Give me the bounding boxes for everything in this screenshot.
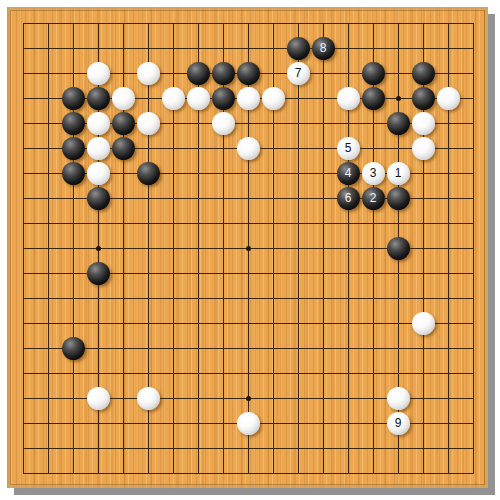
intersection-Q4[interactable] — [386, 386, 411, 411]
intersection-G13[interactable] — [161, 161, 186, 186]
intersection-A13[interactable] — [11, 161, 36, 186]
intersection-B17[interactable] — [36, 61, 61, 86]
intersection-D18[interactable] — [86, 36, 111, 61]
intersection-E8[interactable] — [111, 286, 136, 311]
intersection-E17[interactable] — [111, 61, 136, 86]
intersection-S13[interactable] — [436, 161, 461, 186]
intersection-P18[interactable] — [361, 36, 386, 61]
intersection-R17[interactable] — [411, 61, 436, 86]
intersection-K5[interactable] — [236, 361, 261, 386]
intersection-R15[interactable] — [411, 111, 436, 136]
intersection-N4[interactable] — [311, 386, 336, 411]
intersection-O15[interactable] — [336, 111, 361, 136]
intersection-J3[interactable] — [211, 411, 236, 436]
intersection-T18[interactable] — [461, 36, 486, 61]
intersection-N10[interactable] — [311, 236, 336, 261]
intersection-B19[interactable] — [36, 11, 61, 36]
intersection-M3[interactable] — [286, 411, 311, 436]
intersection-A16[interactable] — [11, 86, 36, 111]
intersection-K13[interactable] — [236, 161, 261, 186]
intersection-K19[interactable] — [236, 11, 261, 36]
intersection-Q13[interactable]: 1 — [386, 161, 411, 186]
intersection-O18[interactable] — [336, 36, 361, 61]
intersection-C16[interactable] — [61, 86, 86, 111]
intersection-S9[interactable] — [436, 261, 461, 286]
intersection-T13[interactable] — [461, 161, 486, 186]
intersection-B10[interactable] — [36, 236, 61, 261]
intersection-L7[interactable] — [261, 311, 286, 336]
intersection-S10[interactable] — [436, 236, 461, 261]
intersection-S4[interactable] — [436, 386, 461, 411]
intersection-D10[interactable] — [86, 236, 111, 261]
intersection-P11[interactable] — [361, 211, 386, 236]
intersection-A14[interactable] — [11, 136, 36, 161]
intersection-O12[interactable]: 6 — [336, 186, 361, 211]
intersection-Q5[interactable] — [386, 361, 411, 386]
intersection-P2[interactable] — [361, 436, 386, 461]
intersection-D8[interactable] — [86, 286, 111, 311]
intersection-G6[interactable] — [161, 336, 186, 361]
intersection-M1[interactable] — [286, 461, 311, 486]
intersection-R5[interactable] — [411, 361, 436, 386]
intersection-D15[interactable] — [86, 111, 111, 136]
intersection-O3[interactable] — [336, 411, 361, 436]
intersection-C10[interactable] — [61, 236, 86, 261]
intersection-K14[interactable] — [236, 136, 261, 161]
intersection-J14[interactable] — [211, 136, 236, 161]
intersection-H5[interactable] — [186, 361, 211, 386]
intersection-A11[interactable] — [11, 211, 36, 236]
intersection-G3[interactable] — [161, 411, 186, 436]
intersection-M9[interactable] — [286, 261, 311, 286]
intersection-S8[interactable] — [436, 286, 461, 311]
intersection-E6[interactable] — [111, 336, 136, 361]
intersection-N14[interactable] — [311, 136, 336, 161]
intersection-R10[interactable] — [411, 236, 436, 261]
intersection-E9[interactable] — [111, 261, 136, 286]
intersection-R12[interactable] — [411, 186, 436, 211]
intersection-M19[interactable] — [286, 11, 311, 36]
intersection-L14[interactable] — [261, 136, 286, 161]
intersection-R4[interactable] — [411, 386, 436, 411]
intersection-J15[interactable] — [211, 111, 236, 136]
intersection-M18[interactable] — [286, 36, 311, 61]
intersection-A7[interactable] — [11, 311, 36, 336]
intersection-S12[interactable] — [436, 186, 461, 211]
intersection-C12[interactable] — [61, 186, 86, 211]
intersection-H6[interactable] — [186, 336, 211, 361]
intersection-J18[interactable] — [211, 36, 236, 61]
intersection-D9[interactable] — [86, 261, 111, 286]
intersection-T10[interactable] — [461, 236, 486, 261]
intersection-K16[interactable] — [236, 86, 261, 111]
intersection-C6[interactable] — [61, 336, 86, 361]
intersection-C11[interactable] — [61, 211, 86, 236]
intersection-P12[interactable]: 2 — [361, 186, 386, 211]
intersection-K12[interactable] — [236, 186, 261, 211]
intersection-T15[interactable] — [461, 111, 486, 136]
intersection-G1[interactable] — [161, 461, 186, 486]
intersection-F5[interactable] — [136, 361, 161, 386]
intersection-K1[interactable] — [236, 461, 261, 486]
intersection-G15[interactable] — [161, 111, 186, 136]
intersection-F7[interactable] — [136, 311, 161, 336]
intersection-Q1[interactable] — [386, 461, 411, 486]
intersection-L4[interactable] — [261, 386, 286, 411]
intersection-L11[interactable] — [261, 211, 286, 236]
intersection-E10[interactable] — [111, 236, 136, 261]
intersection-R2[interactable] — [411, 436, 436, 461]
intersection-F10[interactable] — [136, 236, 161, 261]
intersection-R7[interactable] — [411, 311, 436, 336]
intersection-F12[interactable] — [136, 186, 161, 211]
intersection-P15[interactable] — [361, 111, 386, 136]
intersection-O4[interactable] — [336, 386, 361, 411]
intersection-G19[interactable] — [161, 11, 186, 36]
intersection-N3[interactable] — [311, 411, 336, 436]
intersection-J12[interactable] — [211, 186, 236, 211]
intersection-F14[interactable] — [136, 136, 161, 161]
intersection-H3[interactable] — [186, 411, 211, 436]
intersection-J5[interactable] — [211, 361, 236, 386]
intersection-K4[interactable] — [236, 386, 261, 411]
intersection-R1[interactable] — [411, 461, 436, 486]
intersection-K3[interactable] — [236, 411, 261, 436]
intersection-D14[interactable] — [86, 136, 111, 161]
intersection-A1[interactable] — [11, 461, 36, 486]
intersection-A3[interactable] — [11, 411, 36, 436]
intersection-G2[interactable] — [161, 436, 186, 461]
intersection-T7[interactable] — [461, 311, 486, 336]
intersection-O13[interactable]: 4 — [336, 161, 361, 186]
intersection-R9[interactable] — [411, 261, 436, 286]
intersection-J11[interactable] — [211, 211, 236, 236]
intersection-H2[interactable] — [186, 436, 211, 461]
intersection-L19[interactable] — [261, 11, 286, 36]
intersection-M12[interactable] — [286, 186, 311, 211]
intersection-A15[interactable] — [11, 111, 36, 136]
intersection-A12[interactable] — [11, 186, 36, 211]
intersection-L9[interactable] — [261, 261, 286, 286]
intersection-C8[interactable] — [61, 286, 86, 311]
intersection-A17[interactable] — [11, 61, 36, 86]
intersection-A18[interactable] — [11, 36, 36, 61]
intersection-H16[interactable] — [186, 86, 211, 111]
intersection-N19[interactable] — [311, 11, 336, 36]
intersection-R16[interactable] — [411, 86, 436, 111]
intersection-C3[interactable] — [61, 411, 86, 436]
intersection-H14[interactable] — [186, 136, 211, 161]
intersection-J19[interactable] — [211, 11, 236, 36]
intersection-C7[interactable] — [61, 311, 86, 336]
intersection-Q19[interactable] — [386, 11, 411, 36]
intersection-D2[interactable] — [86, 436, 111, 461]
intersection-K9[interactable] — [236, 261, 261, 286]
intersection-Q11[interactable] — [386, 211, 411, 236]
intersection-H17[interactable] — [186, 61, 211, 86]
intersection-T14[interactable] — [461, 136, 486, 161]
intersection-S15[interactable] — [436, 111, 461, 136]
intersection-S19[interactable] — [436, 11, 461, 36]
intersection-T1[interactable] — [461, 461, 486, 486]
intersection-B9[interactable] — [36, 261, 61, 286]
intersection-R6[interactable] — [411, 336, 436, 361]
intersection-T19[interactable] — [461, 11, 486, 36]
intersection-G9[interactable] — [161, 261, 186, 286]
intersection-S3[interactable] — [436, 411, 461, 436]
intersection-E16[interactable] — [111, 86, 136, 111]
intersection-S11[interactable] — [436, 211, 461, 236]
intersection-F3[interactable] — [136, 411, 161, 436]
intersection-T12[interactable] — [461, 186, 486, 211]
intersection-L2[interactable] — [261, 436, 286, 461]
intersection-Q12[interactable] — [386, 186, 411, 211]
intersection-K6[interactable] — [236, 336, 261, 361]
intersection-D11[interactable] — [86, 211, 111, 236]
intersection-T11[interactable] — [461, 211, 486, 236]
intersection-M2[interactable] — [286, 436, 311, 461]
intersection-M15[interactable] — [286, 111, 311, 136]
intersection-T17[interactable] — [461, 61, 486, 86]
intersection-M7[interactable] — [286, 311, 311, 336]
intersection-A8[interactable] — [11, 286, 36, 311]
intersection-F16[interactable] — [136, 86, 161, 111]
intersection-P5[interactable] — [361, 361, 386, 386]
intersection-B18[interactable] — [36, 36, 61, 61]
intersection-B11[interactable] — [36, 211, 61, 236]
intersection-C9[interactable] — [61, 261, 86, 286]
intersection-D12[interactable] — [86, 186, 111, 211]
intersection-D16[interactable] — [86, 86, 111, 111]
intersection-C1[interactable] — [61, 461, 86, 486]
intersection-G4[interactable] — [161, 386, 186, 411]
intersection-H10[interactable] — [186, 236, 211, 261]
intersection-B15[interactable] — [36, 111, 61, 136]
intersection-E13[interactable] — [111, 161, 136, 186]
intersection-Q18[interactable] — [386, 36, 411, 61]
intersection-O9[interactable] — [336, 261, 361, 286]
intersection-F13[interactable] — [136, 161, 161, 186]
intersection-M5[interactable] — [286, 361, 311, 386]
intersection-F1[interactable] — [136, 461, 161, 486]
intersection-O5[interactable] — [336, 361, 361, 386]
intersection-P6[interactable] — [361, 336, 386, 361]
intersection-H7[interactable] — [186, 311, 211, 336]
intersection-L16[interactable] — [261, 86, 286, 111]
intersection-D7[interactable] — [86, 311, 111, 336]
intersection-E5[interactable] — [111, 361, 136, 386]
intersection-K11[interactable] — [236, 211, 261, 236]
intersection-M13[interactable] — [286, 161, 311, 186]
intersection-E18[interactable] — [111, 36, 136, 61]
intersection-B5[interactable] — [36, 361, 61, 386]
intersection-T8[interactable] — [461, 286, 486, 311]
intersection-P19[interactable] — [361, 11, 386, 36]
intersection-N16[interactable] — [311, 86, 336, 111]
intersection-D17[interactable] — [86, 61, 111, 86]
intersection-S1[interactable] — [436, 461, 461, 486]
intersection-D3[interactable] — [86, 411, 111, 436]
intersection-N13[interactable] — [311, 161, 336, 186]
intersection-N2[interactable] — [311, 436, 336, 461]
intersection-Q2[interactable] — [386, 436, 411, 461]
intersection-T3[interactable] — [461, 411, 486, 436]
intersection-A2[interactable] — [11, 436, 36, 461]
intersection-L5[interactable] — [261, 361, 286, 386]
intersection-F17[interactable] — [136, 61, 161, 86]
intersection-O10[interactable] — [336, 236, 361, 261]
intersection-S16[interactable] — [436, 86, 461, 111]
intersection-D1[interactable] — [86, 461, 111, 486]
intersection-F11[interactable] — [136, 211, 161, 236]
intersection-Q16[interactable] — [386, 86, 411, 111]
intersection-P9[interactable] — [361, 261, 386, 286]
intersection-O6[interactable] — [336, 336, 361, 361]
intersection-J2[interactable] — [211, 436, 236, 461]
intersection-E3[interactable] — [111, 411, 136, 436]
intersection-S18[interactable] — [436, 36, 461, 61]
intersection-S2[interactable] — [436, 436, 461, 461]
intersection-G7[interactable] — [161, 311, 186, 336]
intersection-C14[interactable] — [61, 136, 86, 161]
intersection-Q14[interactable] — [386, 136, 411, 161]
intersection-C15[interactable] — [61, 111, 86, 136]
intersection-R8[interactable] — [411, 286, 436, 311]
intersection-P4[interactable] — [361, 386, 386, 411]
intersection-G16[interactable] — [161, 86, 186, 111]
intersection-R14[interactable] — [411, 136, 436, 161]
intersection-J8[interactable] — [211, 286, 236, 311]
intersection-O16[interactable] — [336, 86, 361, 111]
intersection-A6[interactable] — [11, 336, 36, 361]
intersection-P10[interactable] — [361, 236, 386, 261]
intersection-O2[interactable] — [336, 436, 361, 461]
intersection-O14[interactable]: 5 — [336, 136, 361, 161]
intersection-L10[interactable] — [261, 236, 286, 261]
intersection-A5[interactable] — [11, 361, 36, 386]
intersection-F2[interactable] — [136, 436, 161, 461]
intersection-G8[interactable] — [161, 286, 186, 311]
intersection-E14[interactable] — [111, 136, 136, 161]
intersection-N15[interactable] — [311, 111, 336, 136]
intersection-L17[interactable] — [261, 61, 286, 86]
intersection-N12[interactable] — [311, 186, 336, 211]
intersection-M11[interactable] — [286, 211, 311, 236]
intersection-H19[interactable] — [186, 11, 211, 36]
intersection-Q8[interactable] — [386, 286, 411, 311]
intersection-C13[interactable] — [61, 161, 86, 186]
intersection-O1[interactable] — [336, 461, 361, 486]
intersection-P16[interactable] — [361, 86, 386, 111]
intersection-N7[interactable] — [311, 311, 336, 336]
intersection-G14[interactable] — [161, 136, 186, 161]
intersection-E11[interactable] — [111, 211, 136, 236]
intersection-T6[interactable] — [461, 336, 486, 361]
intersection-Q10[interactable] — [386, 236, 411, 261]
intersection-B14[interactable] — [36, 136, 61, 161]
intersection-B6[interactable] — [36, 336, 61, 361]
intersection-B1[interactable] — [36, 461, 61, 486]
intersection-H18[interactable] — [186, 36, 211, 61]
intersection-T16[interactable] — [461, 86, 486, 111]
intersection-B12[interactable] — [36, 186, 61, 211]
intersection-N11[interactable] — [311, 211, 336, 236]
intersection-N1[interactable] — [311, 461, 336, 486]
intersection-K8[interactable] — [236, 286, 261, 311]
intersection-N17[interactable] — [311, 61, 336, 86]
intersection-K17[interactable] — [236, 61, 261, 86]
intersection-F8[interactable] — [136, 286, 161, 311]
intersection-J10[interactable] — [211, 236, 236, 261]
intersection-R19[interactable] — [411, 11, 436, 36]
intersection-G5[interactable] — [161, 361, 186, 386]
intersection-D6[interactable] — [86, 336, 111, 361]
intersection-K15[interactable] — [236, 111, 261, 136]
intersection-Q15[interactable] — [386, 111, 411, 136]
intersection-O11[interactable] — [336, 211, 361, 236]
intersection-D13[interactable] — [86, 161, 111, 186]
intersection-N6[interactable] — [311, 336, 336, 361]
intersection-O19[interactable] — [336, 11, 361, 36]
intersection-L8[interactable] — [261, 286, 286, 311]
intersection-G12[interactable] — [161, 186, 186, 211]
intersection-Q9[interactable] — [386, 261, 411, 286]
intersection-E7[interactable] — [111, 311, 136, 336]
intersection-L12[interactable] — [261, 186, 286, 211]
intersection-O17[interactable] — [336, 61, 361, 86]
intersection-D19[interactable] — [86, 11, 111, 36]
intersection-F4[interactable] — [136, 386, 161, 411]
intersection-S5[interactable] — [436, 361, 461, 386]
intersection-P7[interactable] — [361, 311, 386, 336]
intersection-B7[interactable] — [36, 311, 61, 336]
intersection-E15[interactable] — [111, 111, 136, 136]
intersection-H12[interactable] — [186, 186, 211, 211]
intersection-C17[interactable] — [61, 61, 86, 86]
intersection-J16[interactable] — [211, 86, 236, 111]
intersection-B3[interactable] — [36, 411, 61, 436]
intersection-P3[interactable] — [361, 411, 386, 436]
intersection-M14[interactable] — [286, 136, 311, 161]
intersection-H13[interactable] — [186, 161, 211, 186]
intersection-F9[interactable] — [136, 261, 161, 286]
intersection-S6[interactable] — [436, 336, 461, 361]
intersection-K10[interactable] — [236, 236, 261, 261]
intersection-P17[interactable] — [361, 61, 386, 86]
intersection-Q17[interactable] — [386, 61, 411, 86]
intersection-P13[interactable]: 3 — [361, 161, 386, 186]
intersection-F19[interactable] — [136, 11, 161, 36]
intersection-B2[interactable] — [36, 436, 61, 461]
intersection-J17[interactable] — [211, 61, 236, 86]
intersection-N9[interactable] — [311, 261, 336, 286]
intersection-D4[interactable] — [86, 386, 111, 411]
intersection-R3[interactable] — [411, 411, 436, 436]
intersection-D5[interactable] — [86, 361, 111, 386]
intersection-L18[interactable] — [261, 36, 286, 61]
intersection-J4[interactable] — [211, 386, 236, 411]
intersection-F15[interactable] — [136, 111, 161, 136]
intersection-Q6[interactable] — [386, 336, 411, 361]
intersection-G11[interactable] — [161, 211, 186, 236]
intersection-M16[interactable] — [286, 86, 311, 111]
intersection-K7[interactable] — [236, 311, 261, 336]
intersection-F18[interactable] — [136, 36, 161, 61]
intersection-C5[interactable] — [61, 361, 86, 386]
intersection-M10[interactable] — [286, 236, 311, 261]
intersection-O8[interactable] — [336, 286, 361, 311]
intersection-E2[interactable] — [111, 436, 136, 461]
